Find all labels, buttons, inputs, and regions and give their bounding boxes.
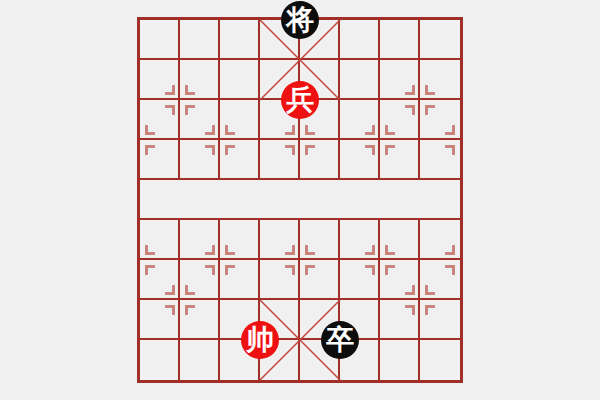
piece-black-soldier[interactable]: 卒 bbox=[321, 321, 359, 359]
lattice-cell bbox=[300, 140, 340, 180]
lattice-cell bbox=[340, 60, 380, 100]
lattice-cell bbox=[140, 260, 180, 300]
lattice-cell bbox=[180, 220, 220, 260]
lattice-cell bbox=[300, 180, 340, 220]
lattice-cell bbox=[420, 60, 460, 100]
board-grid-lines bbox=[140, 20, 460, 380]
lattice-cell bbox=[260, 180, 300, 220]
lattice-cell bbox=[380, 260, 420, 300]
piece-red-general[interactable]: 帅 bbox=[241, 321, 279, 359]
lattice-cell bbox=[220, 180, 260, 220]
lattice-cell bbox=[220, 20, 260, 60]
piece-red-soldier[interactable]: 兵 bbox=[281, 81, 319, 119]
lattice-cell bbox=[180, 300, 220, 340]
lattice-cell bbox=[420, 260, 460, 300]
lattice-cell bbox=[180, 20, 220, 60]
lattice-cell bbox=[340, 260, 380, 300]
lattice-cell bbox=[380, 20, 420, 60]
lattice-cell bbox=[380, 340, 420, 380]
lattice-cell bbox=[380, 300, 420, 340]
lattice-cell bbox=[140, 180, 180, 220]
lattice-cell bbox=[140, 140, 180, 180]
lattice-cell bbox=[380, 180, 420, 220]
lattice-cell bbox=[140, 300, 180, 340]
lattice-cell bbox=[260, 140, 300, 180]
lattice-cell bbox=[420, 140, 460, 180]
lattice-cell bbox=[420, 340, 460, 380]
lattice-cell bbox=[220, 60, 260, 100]
lattice-cell bbox=[380, 140, 420, 180]
lattice-cell bbox=[420, 20, 460, 60]
lattice-cell bbox=[180, 340, 220, 380]
lattice-cell bbox=[260, 220, 300, 260]
lattice-cell bbox=[380, 60, 420, 100]
lattice-cell bbox=[140, 100, 180, 140]
lattice-cell bbox=[420, 100, 460, 140]
lattice-cell bbox=[340, 220, 380, 260]
lattice-cell bbox=[340, 180, 380, 220]
lattice-cell bbox=[380, 220, 420, 260]
lattice-cell bbox=[300, 260, 340, 300]
lattice-cell bbox=[340, 140, 380, 180]
lattice-cell bbox=[300, 220, 340, 260]
lattice-cell bbox=[180, 100, 220, 140]
lattice-cell bbox=[180, 140, 220, 180]
lattice-cell bbox=[420, 220, 460, 260]
lattice-cell bbox=[340, 20, 380, 60]
piece-black-general[interactable]: 将 bbox=[281, 1, 319, 39]
lattice-cell bbox=[220, 220, 260, 260]
lattice-cell bbox=[220, 140, 260, 180]
lattice-cell bbox=[180, 180, 220, 220]
lattice-cell bbox=[140, 220, 180, 260]
lattice-cell bbox=[220, 100, 260, 140]
lattice-cell bbox=[180, 60, 220, 100]
xiangqi-diagram: 将兵帅卒 bbox=[0, 0, 600, 400]
xiangqi-board[interactable]: 将兵帅卒 bbox=[137, 17, 463, 383]
lattice-cell bbox=[140, 340, 180, 380]
lattice-cell bbox=[420, 300, 460, 340]
lattice-cell bbox=[420, 180, 460, 220]
lattice-cell bbox=[220, 260, 260, 300]
lattice-cell bbox=[380, 100, 420, 140]
lattice-cell bbox=[180, 260, 220, 300]
lattice-cell bbox=[340, 100, 380, 140]
lattice-cell bbox=[140, 20, 180, 60]
lattice-cell bbox=[140, 60, 180, 100]
lattice-cell bbox=[260, 260, 300, 300]
